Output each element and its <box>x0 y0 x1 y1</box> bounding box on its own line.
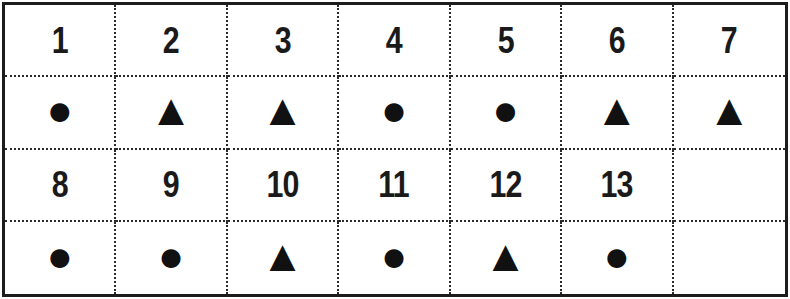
puzzle-grid: 1 2 3 4 5 6 7 ● ▲ ▲ ● ● ▲ ▲ 8 9 10 11 12… <box>2 2 788 297</box>
number-cell-4: 4 <box>339 5 450 77</box>
empty-shape-cell <box>674 222 785 294</box>
triangle-icon: ▲ <box>595 88 639 136</box>
number-label-7: 7 <box>721 22 737 59</box>
number-cell-5: 5 <box>451 5 562 77</box>
number-label-4: 4 <box>386 22 402 59</box>
triangle-icon: ▲ <box>708 88 752 136</box>
number-cell-7: 7 <box>674 5 785 77</box>
shape-cell-10: ▲ <box>228 222 339 294</box>
number-cell-1: 1 <box>5 5 116 77</box>
number-label-12: 12 <box>489 166 521 203</box>
number-cell-2: 2 <box>116 5 227 77</box>
shape-cell-5: ● <box>451 77 562 149</box>
circle-icon: ● <box>381 234 408 282</box>
empty-number-cell <box>674 150 785 222</box>
puzzle-board-wrapper: 1 2 3 4 5 6 7 ● ▲ ▲ ● ● ▲ ▲ 8 9 10 11 12… <box>0 0 790 299</box>
number-label-9: 9 <box>163 166 179 203</box>
number-cell-11: 11 <box>339 150 450 222</box>
circle-icon: ● <box>46 234 73 282</box>
shape-cell-12: ▲ <box>451 222 562 294</box>
number-label-1: 1 <box>52 22 68 59</box>
shape-cell-1: ● <box>5 77 116 149</box>
number-label-5: 5 <box>497 22 513 59</box>
number-cell-12: 12 <box>451 150 562 222</box>
circle-icon: ● <box>381 88 408 136</box>
shape-cell-3: ▲ <box>228 77 339 149</box>
number-cell-3: 3 <box>228 5 339 77</box>
number-cell-9: 9 <box>116 150 227 222</box>
triangle-icon: ▲ <box>261 88 305 136</box>
shape-cell-9: ● <box>116 222 227 294</box>
number-label-3: 3 <box>275 22 291 59</box>
number-label-11: 11 <box>379 166 409 203</box>
shape-cell-7: ▲ <box>674 77 785 149</box>
circle-icon: ● <box>158 234 185 282</box>
number-label-13: 13 <box>601 166 633 203</box>
circle-icon: ● <box>492 88 519 136</box>
number-cell-8: 8 <box>5 150 116 222</box>
number-label-2: 2 <box>163 22 179 59</box>
circle-icon: ● <box>604 234 631 282</box>
number-label-6: 6 <box>609 22 625 59</box>
triangle-icon: ▲ <box>261 234 305 282</box>
number-cell-10: 10 <box>228 150 339 222</box>
shape-cell-13: ● <box>562 222 673 294</box>
shape-cell-11: ● <box>339 222 450 294</box>
triangle-icon: ▲ <box>484 234 528 282</box>
circle-icon: ● <box>46 88 73 136</box>
shape-cell-6: ▲ <box>562 77 673 149</box>
triangle-icon: ▲ <box>149 88 193 136</box>
number-cell-6: 6 <box>562 5 673 77</box>
number-cell-13: 13 <box>562 150 673 222</box>
number-label-8: 8 <box>52 166 68 203</box>
shape-cell-2: ▲ <box>116 77 227 149</box>
shape-cell-8: ● <box>5 222 116 294</box>
shape-cell-4: ● <box>339 77 450 149</box>
number-label-10: 10 <box>267 166 299 203</box>
